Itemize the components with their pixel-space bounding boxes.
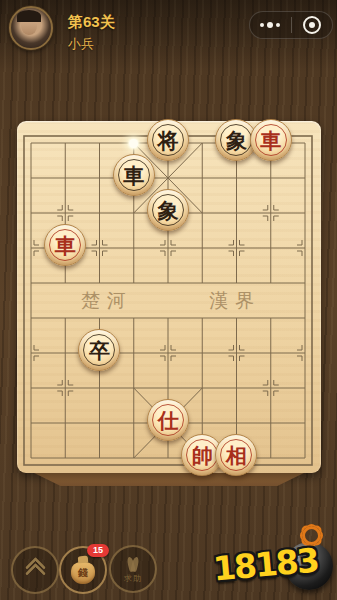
coins-badge: 15 [87, 544, 109, 557]
miniprogram-capsule [249, 11, 333, 39]
help-button[interactable]: 求助 [109, 545, 157, 593]
piece-車-black[interactable]: 車 [113, 154, 155, 196]
watermark-logo: 18183 [213, 528, 333, 592]
collapse-menu-button[interactable] [11, 546, 59, 594]
coin-bag-char: 錢 [78, 566, 88, 580]
help-label: 求助 [124, 573, 142, 584]
xiangqi-board[interactable]: 楚河 漢界 将象車車象車卒仕帥相 [17, 121, 321, 473]
piece-ring [152, 124, 184, 156]
target-icon [303, 16, 321, 34]
piece-ring [49, 229, 81, 261]
player-avatar[interactable] [9, 6, 53, 50]
pray-hands-icon [127, 557, 139, 572]
piece-ring [186, 439, 218, 471]
piece-将-black[interactable]: 将 [147, 119, 189, 161]
coin-bag-icon: 錢 [71, 562, 95, 584]
piece-車-red[interactable]: 車 [44, 224, 86, 266]
more-button[interactable] [250, 12, 291, 38]
piece-ring [118, 159, 150, 191]
piece-卒-black[interactable]: 卒 [78, 329, 120, 371]
piece-象-black[interactable]: 象 [147, 189, 189, 231]
piece-ring [152, 404, 184, 436]
piece-ring [152, 194, 184, 226]
piece-車-red[interactable]: 車 [250, 119, 292, 161]
piece-ring [255, 124, 287, 156]
piece-ring [220, 439, 252, 471]
piece-ring [83, 334, 115, 366]
piece-相-red[interactable]: 相 [215, 434, 257, 476]
close-home-button[interactable] [292, 12, 333, 38]
coins-button[interactable]: 錢 15 [59, 546, 107, 594]
piece-ring [220, 124, 252, 156]
level-title: 第63关 [68, 13, 115, 32]
move-highlight-dot [129, 139, 138, 148]
piece-仕-red[interactable]: 仕 [147, 399, 189, 441]
more-dots-icon [260, 22, 280, 28]
game-screen: 第63关 小兵 楚河 漢界 将象車車象車卒仕帥相 錢 15 求助 [0, 0, 337, 600]
player-name: 小兵 [68, 35, 94, 53]
board-grid: 将象車車象車卒仕帥相 [14, 126, 322, 476]
